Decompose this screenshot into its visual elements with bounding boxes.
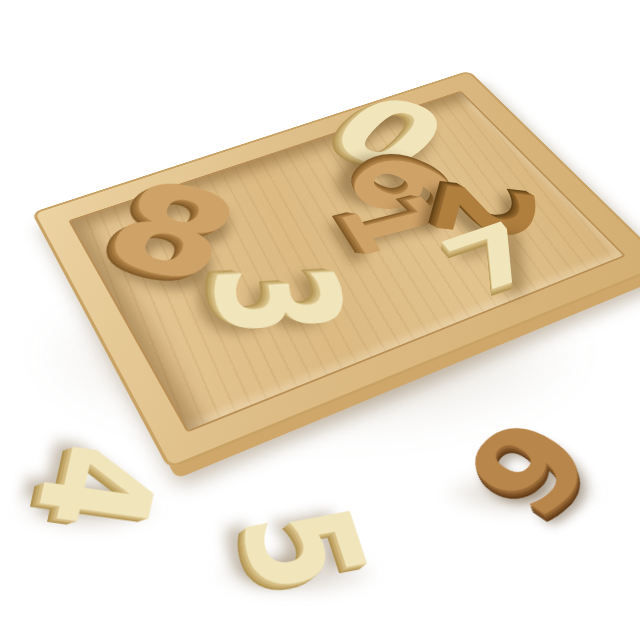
digit-3-glyph: 3	[187, 261, 365, 340]
product-photo: 8 0 6 1 2 7 3 4 5 9	[0, 0, 640, 640]
piece-digit-9[interactable]: 9	[445, 401, 617, 535]
piece-digit-3[interactable]: 3	[187, 261, 365, 340]
digit-9-glyph: 9	[445, 401, 617, 535]
